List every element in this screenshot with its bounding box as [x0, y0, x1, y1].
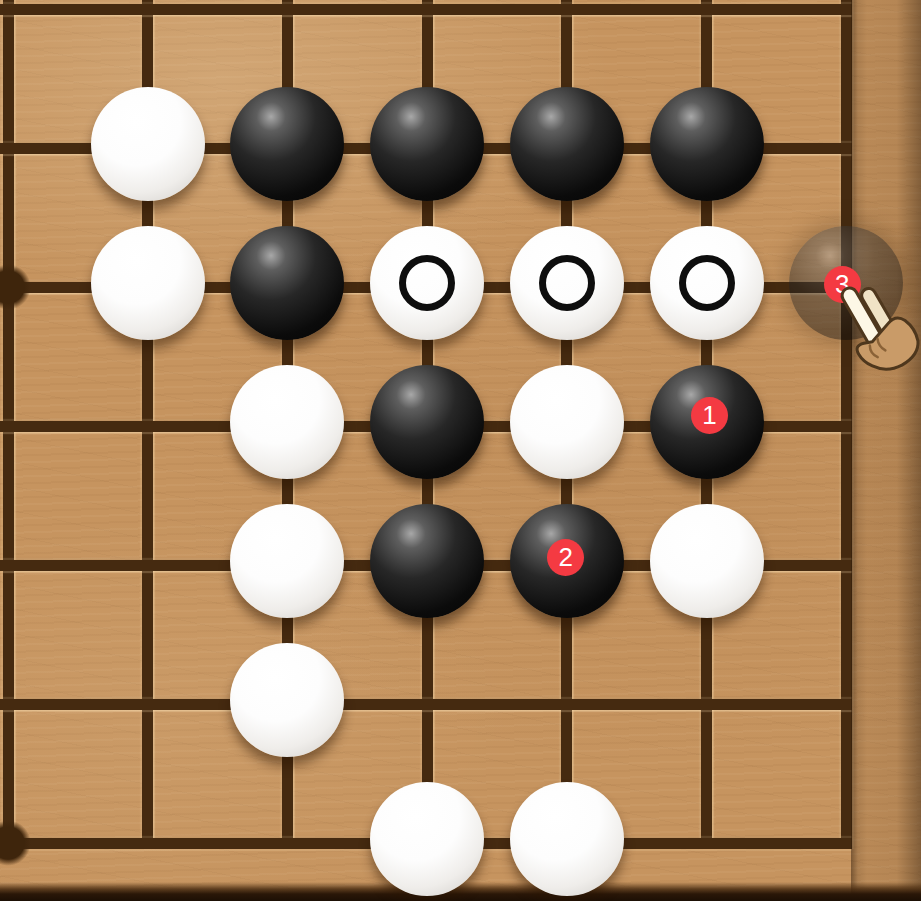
grid-line-h-5 — [0, 699, 852, 710]
stone-white — [91, 87, 205, 201]
board-right-edge — [851, 0, 921, 901]
stone-white — [91, 226, 205, 340]
hand-cursor-icon — [839, 279, 921, 383]
go-board[interactable]: 12 3 — [0, 0, 921, 901]
stone-black — [370, 365, 484, 479]
stone-white — [230, 365, 344, 479]
circle-marker — [679, 255, 735, 311]
stone-black: 2 — [510, 504, 624, 618]
stone-black — [370, 87, 484, 201]
board-cell — [14, 571, 143, 699]
stone-black: 1 — [650, 365, 764, 479]
move-badge-2: 2 — [547, 539, 584, 576]
board-cell — [14, 710, 143, 838]
stone-white — [650, 504, 764, 618]
stone-white-circled — [370, 226, 484, 340]
star-point — [0, 264, 31, 310]
stone-black — [230, 87, 344, 201]
circle-marker — [539, 255, 595, 311]
board-cell — [712, 710, 841, 838]
star-point — [0, 820, 31, 866]
grid-line-h-0 — [0, 4, 852, 15]
stone-black — [230, 226, 344, 340]
stone-white — [510, 365, 624, 479]
stone-black — [370, 504, 484, 618]
stone-black — [650, 87, 764, 201]
move-badge-1: 1 — [691, 397, 728, 434]
circle-marker — [399, 255, 455, 311]
stone-white — [510, 782, 624, 896]
stone-white — [370, 782, 484, 896]
board-cell — [14, 432, 143, 560]
stone-white-circled — [510, 226, 624, 340]
stone-white — [230, 643, 344, 757]
stone-white-circled — [650, 226, 764, 340]
stone-white — [230, 504, 344, 618]
stone-black — [510, 87, 624, 201]
